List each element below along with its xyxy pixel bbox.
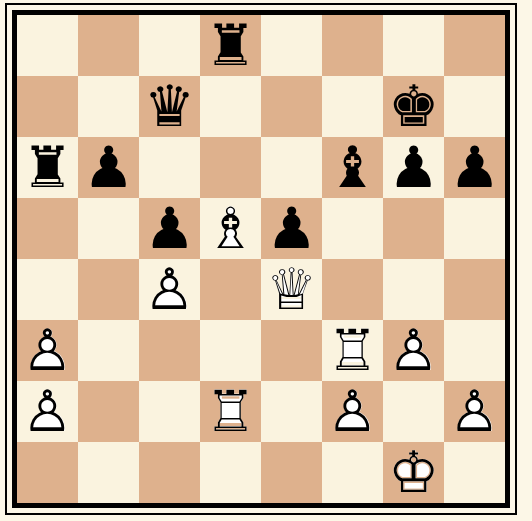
square-g2[interactable]: [383, 381, 444, 442]
black-pawn-glyph-fill: ♟: [83, 137, 134, 198]
piece-white-rook: ♜♖: [200, 381, 261, 442]
square-e2[interactable]: [261, 381, 322, 442]
piece-black-queen: ♛: [139, 76, 200, 137]
square-a7[interactable]: [17, 76, 78, 137]
square-c5[interactable]: ♟: [139, 198, 200, 259]
square-g1[interactable]: ♚♔: [383, 442, 444, 503]
black-queen-glyph-fill: ♛: [144, 76, 195, 137]
square-d1[interactable]: [200, 442, 261, 503]
board-outer-frame: ♜♛♚♜♟♝♟♟♟♝♗♟♟♙♛♕♟♙♜♖♟♙♟♙♜♖♟♙♟♙♚♔: [5, 3, 517, 515]
black-bishop-glyph-fill: ♝: [327, 137, 378, 198]
square-g4[interactable]: [383, 259, 444, 320]
square-h8[interactable]: [444, 15, 505, 76]
white-rook-glyph-outline: ♖: [327, 320, 378, 381]
piece-white-pawn: ♟♙: [17, 320, 78, 381]
square-b6[interactable]: ♟: [78, 137, 139, 198]
square-a8[interactable]: [17, 15, 78, 76]
black-pawn-glyph-fill: ♟: [388, 137, 439, 198]
square-d5[interactable]: ♝♗: [200, 198, 261, 259]
piece-white-pawn: ♟♙: [383, 320, 444, 381]
square-h3[interactable]: [444, 320, 505, 381]
square-a3[interactable]: ♟♙: [17, 320, 78, 381]
square-g3[interactable]: ♟♙: [383, 320, 444, 381]
black-rook-glyph-fill: ♜: [22, 137, 73, 198]
square-b4[interactable]: [78, 259, 139, 320]
square-g8[interactable]: [383, 15, 444, 76]
square-b3[interactable]: [78, 320, 139, 381]
white-pawn-glyph-outline: ♙: [22, 381, 73, 442]
white-queen-glyph-outline: ♕: [266, 259, 317, 320]
square-e1[interactable]: [261, 442, 322, 503]
square-f8[interactable]: [322, 15, 383, 76]
square-b5[interactable]: [78, 198, 139, 259]
square-d6[interactable]: [200, 137, 261, 198]
square-f4[interactable]: [322, 259, 383, 320]
board-inner-frame: ♜♛♚♜♟♝♟♟♟♝♗♟♟♙♛♕♟♙♜♖♟♙♟♙♜♖♟♙♟♙♚♔: [12, 10, 510, 508]
piece-white-pawn: ♟♙: [322, 381, 383, 442]
square-c4[interactable]: ♟♙: [139, 259, 200, 320]
piece-white-bishop: ♝♗: [200, 198, 261, 259]
square-c6[interactable]: [139, 137, 200, 198]
square-h7[interactable]: [444, 76, 505, 137]
black-king-glyph-fill: ♚: [388, 76, 439, 137]
square-b7[interactable]: [78, 76, 139, 137]
square-a1[interactable]: [17, 442, 78, 503]
white-pawn-glyph-outline: ♙: [22, 320, 73, 381]
piece-black-rook: ♜: [17, 137, 78, 198]
square-c7[interactable]: ♛: [139, 76, 200, 137]
piece-black-pawn: ♟: [261, 198, 322, 259]
piece-black-king: ♚: [383, 76, 444, 137]
square-c1[interactable]: [139, 442, 200, 503]
piece-white-queen: ♛♕: [261, 259, 322, 320]
piece-black-pawn: ♟: [78, 137, 139, 198]
square-h2[interactable]: ♟♙: [444, 381, 505, 442]
square-a6[interactable]: ♜: [17, 137, 78, 198]
square-c8[interactable]: [139, 15, 200, 76]
piece-white-pawn: ♟♙: [444, 381, 505, 442]
square-b2[interactable]: [78, 381, 139, 442]
square-d8[interactable]: ♜: [200, 15, 261, 76]
chess-board: ♜♛♚♜♟♝♟♟♟♝♗♟♟♙♛♕♟♙♜♖♟♙♟♙♜♖♟♙♟♙♚♔: [17, 15, 505, 503]
square-d2[interactable]: ♜♖: [200, 381, 261, 442]
square-f1[interactable]: [322, 442, 383, 503]
piece-white-pawn: ♟♙: [17, 381, 78, 442]
white-pawn-glyph-outline: ♙: [327, 381, 378, 442]
square-f3[interactable]: ♜♖: [322, 320, 383, 381]
chess-diagram: ♜♛♚♜♟♝♟♟♟♝♗♟♟♙♛♕♟♙♜♖♟♙♟♙♜♖♟♙♟♙♚♔: [0, 0, 532, 521]
black-rook-glyph-fill: ♜: [205, 15, 256, 76]
piece-white-pawn: ♟♙: [139, 259, 200, 320]
square-f5[interactable]: [322, 198, 383, 259]
white-pawn-glyph-outline: ♙: [144, 259, 195, 320]
square-g6[interactable]: ♟: [383, 137, 444, 198]
square-e8[interactable]: [261, 15, 322, 76]
square-e6[interactable]: [261, 137, 322, 198]
square-e7[interactable]: [261, 76, 322, 137]
piece-black-bishop: ♝: [322, 137, 383, 198]
black-pawn-glyph-fill: ♟: [144, 198, 195, 259]
square-d3[interactable]: [200, 320, 261, 381]
square-g7[interactable]: ♚: [383, 76, 444, 137]
piece-black-pawn: ♟: [383, 137, 444, 198]
square-c3[interactable]: [139, 320, 200, 381]
square-a2[interactable]: ♟♙: [17, 381, 78, 442]
white-bishop-glyph-outline: ♗: [205, 198, 256, 259]
square-c2[interactable]: [139, 381, 200, 442]
white-rook-glyph-outline: ♖: [205, 381, 256, 442]
square-b1[interactable]: [78, 442, 139, 503]
white-pawn-glyph-outline: ♙: [449, 381, 500, 442]
square-f2[interactable]: ♟♙: [322, 381, 383, 442]
piece-white-rook: ♜♖: [322, 320, 383, 381]
square-g5[interactable]: [383, 198, 444, 259]
square-a5[interactable]: [17, 198, 78, 259]
square-f7[interactable]: [322, 76, 383, 137]
piece-black-rook: ♜: [200, 15, 261, 76]
white-king-glyph-outline: ♔: [388, 442, 439, 503]
piece-black-pawn: ♟: [139, 198, 200, 259]
square-e5[interactable]: ♟: [261, 198, 322, 259]
square-h4[interactable]: [444, 259, 505, 320]
white-pawn-glyph-outline: ♙: [388, 320, 439, 381]
square-e3[interactable]: [261, 320, 322, 381]
piece-black-pawn: ♟: [444, 137, 505, 198]
square-e4[interactable]: ♛♕: [261, 259, 322, 320]
piece-white-king: ♚♔: [383, 442, 444, 503]
square-a4[interactable]: [17, 259, 78, 320]
black-pawn-glyph-fill: ♟: [266, 198, 317, 259]
square-f6[interactable]: ♝: [322, 137, 383, 198]
square-d4[interactable]: [200, 259, 261, 320]
square-h1[interactable]: [444, 442, 505, 503]
square-d7[interactable]: [200, 76, 261, 137]
black-pawn-glyph-fill: ♟: [449, 137, 500, 198]
square-b8[interactable]: [78, 15, 139, 76]
square-h6[interactable]: ♟: [444, 137, 505, 198]
square-h5[interactable]: [444, 198, 505, 259]
